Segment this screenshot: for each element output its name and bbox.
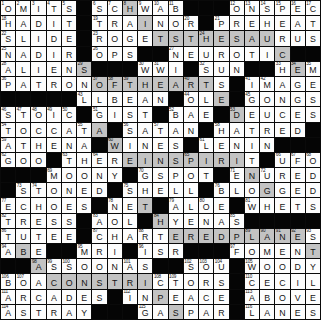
cell-r12c20[interactable]: E xyxy=(291,168,305,182)
cell-r13c21[interactable]: D xyxy=(306,183,320,197)
cell-r19c14[interactable]: R xyxy=(199,274,213,288)
cell-r1c2[interactable]: 2M xyxy=(16,1,30,15)
cell-r19c2[interactable]: 107O xyxy=(16,274,30,288)
cell-r2c2[interactable]: A xyxy=(16,16,30,30)
cell-r13c4[interactable]: O xyxy=(47,183,61,197)
cell-r15c16[interactable]: 85S xyxy=(230,214,244,228)
cell-r10c5[interactable]: N xyxy=(62,138,76,152)
cell-r14c15[interactable]: E xyxy=(214,198,228,212)
cell-r19c1[interactable]: 106B xyxy=(1,274,15,288)
cell-r17c6[interactable]: 95M xyxy=(77,244,91,258)
cell-r3c4[interactable]: D xyxy=(47,31,61,45)
cell-r2c5[interactable]: T xyxy=(62,16,76,30)
cell-r6c4[interactable]: R xyxy=(47,77,61,91)
cell-r2c8[interactable]: R xyxy=(108,16,122,30)
cell-r16c21[interactable]: 93S xyxy=(306,229,320,243)
cell-r5c16[interactable]: N xyxy=(230,62,244,76)
cell-r4c18[interactable]: I xyxy=(260,47,274,61)
cell-r1c16[interactable]: 12O xyxy=(230,1,244,15)
cell-r14c21[interactable]: S xyxy=(306,198,320,212)
cell-r2c3[interactable]: D xyxy=(31,16,45,30)
cell-r6c9[interactable]: 39T xyxy=(123,77,137,91)
cell-r6c2[interactable]: A xyxy=(16,77,30,91)
cell-r11c21[interactable]: 68O xyxy=(306,153,320,167)
cell-r13c20[interactable]: E xyxy=(291,183,305,197)
cell-r1c12[interactable]: 11B xyxy=(169,1,183,15)
cell-r7c8[interactable]: B xyxy=(108,92,122,106)
cell-r20c20[interactable]: V xyxy=(291,290,305,304)
cell-r19c21[interactable]: L xyxy=(306,274,320,288)
cell-r4c1[interactable]: 25N xyxy=(1,47,15,61)
cell-r18c3[interactable]: 98A xyxy=(31,259,45,273)
cell-r12c18[interactable]: 72U xyxy=(260,168,274,182)
cell-r13c5[interactable]: N xyxy=(62,183,76,197)
cell-r14c6[interactable]: S xyxy=(77,198,91,212)
cell-r3c11[interactable]: T xyxy=(153,31,167,45)
cell-r19c7[interactable]: S xyxy=(92,274,106,288)
cell-r8c1[interactable]: 46S xyxy=(1,107,15,121)
cell-r6c18[interactable]: 42M xyxy=(260,77,274,91)
cell-r18c14[interactable]: 103O xyxy=(199,259,213,273)
cell-r6c1[interactable]: 36P xyxy=(1,77,15,91)
cell-r2c15[interactable]: 21P xyxy=(214,16,228,30)
cell-r3c2[interactable]: L xyxy=(16,31,30,45)
cell-r17c8[interactable]: I xyxy=(108,244,122,258)
cell-r6c12[interactable]: A xyxy=(169,77,183,91)
cell-r6c6[interactable]: N xyxy=(77,77,91,91)
cell-r9c19[interactable]: E xyxy=(275,123,289,137)
cell-r14c2[interactable]: C xyxy=(16,198,30,212)
cell-r12c19[interactable]: R xyxy=(275,168,289,182)
cell-r2c16[interactable]: R xyxy=(230,16,244,30)
cell-r6c3[interactable]: T xyxy=(31,77,45,91)
cell-r8c19[interactable]: C xyxy=(275,107,289,121)
cell-r6c10[interactable]: H xyxy=(138,77,152,91)
cell-r5c3[interactable]: I xyxy=(31,62,45,76)
cell-r2c19[interactable]: E xyxy=(275,16,289,30)
cell-r7c18[interactable]: O xyxy=(260,92,274,106)
cell-r13c15[interactable]: 76B xyxy=(214,183,228,197)
cell-r19c8[interactable]: T xyxy=(108,274,122,288)
cell-r11c11[interactable]: N xyxy=(153,153,167,167)
cell-r9c16[interactable]: A xyxy=(230,123,244,137)
cell-r3c21[interactable]: S xyxy=(306,31,320,45)
cell-r7c17[interactable]: 45G xyxy=(245,92,259,106)
cell-r4c16[interactable]: O xyxy=(230,47,244,61)
cell-r19c5[interactable]: O xyxy=(62,274,76,288)
cell-r15c12[interactable]: Y xyxy=(169,214,183,228)
cell-r14c14[interactable]: 80O xyxy=(199,198,213,212)
cell-r21c5[interactable]: A xyxy=(62,305,76,319)
cell-r20c14[interactable]: C xyxy=(199,290,213,304)
cell-r13c13[interactable]: L xyxy=(184,183,198,197)
cell-r5c20[interactable]: 34E xyxy=(291,62,305,76)
cell-r1c10[interactable]: 9W xyxy=(138,1,152,15)
cell-r9c10[interactable]: A xyxy=(138,123,152,137)
cell-r10c12[interactable]: S xyxy=(169,138,183,152)
cell-r20c4[interactable]: A xyxy=(47,290,61,304)
cell-r8c2[interactable]: 47T xyxy=(16,107,30,121)
cell-r15c4[interactable]: S xyxy=(47,214,61,228)
cell-r16c1[interactable]: 86T xyxy=(1,229,15,243)
cell-r7c14[interactable]: L xyxy=(199,92,213,106)
cell-r8c10[interactable]: T xyxy=(138,107,152,121)
cell-r16c7[interactable]: 87C xyxy=(92,229,106,243)
cell-r5c1[interactable]: 28A xyxy=(1,62,15,76)
cell-r15c3[interactable]: E xyxy=(31,214,45,228)
cell-r18c20[interactable]: D xyxy=(291,259,305,273)
cell-r10c11[interactable]: E xyxy=(153,138,167,152)
cell-r8c9[interactable]: S xyxy=(123,107,137,121)
cell-r6c11[interactable]: E xyxy=(153,77,167,91)
cell-r15c15[interactable]: A xyxy=(214,214,228,228)
cell-r13c19[interactable]: G xyxy=(275,183,289,197)
cell-r11c12[interactable]: S xyxy=(169,153,183,167)
cell-r11c6[interactable]: H xyxy=(77,153,91,167)
cell-r6c7[interactable]: 37O xyxy=(92,77,106,91)
cell-r4c2[interactable]: A xyxy=(16,47,30,61)
cell-r16c18[interactable]: 90A xyxy=(260,229,274,243)
cell-r13c9[interactable]: 75S xyxy=(123,183,137,197)
cell-r1c7[interactable]: 6S xyxy=(92,1,106,15)
cell-r3c9[interactable]: G xyxy=(123,31,137,45)
cell-r3c16[interactable]: S xyxy=(230,31,244,45)
cell-r17c19[interactable]: E xyxy=(275,244,289,258)
cell-r10c15[interactable]: E xyxy=(214,138,228,152)
cell-r13c11[interactable]: E xyxy=(153,183,167,197)
cell-r11c8[interactable]: R xyxy=(108,153,122,167)
cell-r8c7[interactable]: 51G xyxy=(92,107,106,121)
cell-r17c1[interactable]: 94A xyxy=(1,244,15,258)
cell-r18c13[interactable]: 102S xyxy=(184,259,198,273)
cell-r5c11[interactable]: 31W xyxy=(153,62,167,76)
cell-r12c5[interactable]: O xyxy=(62,168,76,182)
cell-r17c12[interactable]: R xyxy=(169,244,183,258)
cell-r13c16[interactable]: L xyxy=(230,183,244,197)
cell-r7c19[interactable]: N xyxy=(275,92,289,106)
cell-r6c21[interactable]: E xyxy=(306,77,320,91)
cell-r18c21[interactable]: Y xyxy=(306,259,320,273)
cell-r14c5[interactable]: E xyxy=(62,198,76,212)
cell-r6c15[interactable]: S xyxy=(214,77,228,91)
cell-r6c19[interactable]: A xyxy=(275,77,289,91)
cell-r14c4[interactable]: O xyxy=(47,198,61,212)
cell-r19c10[interactable]: I xyxy=(138,274,152,288)
cell-r18c7[interactable]: O xyxy=(92,259,106,273)
cell-r10c8[interactable]: 60W xyxy=(108,138,122,152)
cell-r18c18[interactable]: O xyxy=(260,259,274,273)
cell-r20c18[interactable]: B xyxy=(260,290,274,304)
cell-r3c14[interactable]: 24H xyxy=(199,31,213,45)
cell-r14c12[interactable]: 79A xyxy=(169,198,183,212)
cell-r19c3[interactable]: A xyxy=(31,274,45,288)
cell-r16c20[interactable]: 92E xyxy=(291,229,305,243)
cell-r18c15[interactable]: 104U xyxy=(214,259,228,273)
cell-r3c15[interactable]: E xyxy=(214,31,228,45)
cell-r11c15[interactable]: R xyxy=(214,153,228,167)
cell-r10c16[interactable]: N xyxy=(230,138,244,152)
cell-r6c8[interactable]: 38F xyxy=(108,77,122,91)
cell-r20c1[interactable]: 111A xyxy=(1,290,15,304)
cell-r13c7[interactable]: D xyxy=(92,183,106,197)
cell-r21c6[interactable]: Y xyxy=(77,305,91,319)
cell-r12c8[interactable]: Y xyxy=(108,168,122,182)
cell-r19c13[interactable]: O xyxy=(184,274,198,288)
cell-r6c17[interactable]: 41I xyxy=(245,77,259,91)
cell-r17c16[interactable]: 97F xyxy=(230,244,244,258)
cell-r8c20[interactable]: E xyxy=(291,107,305,121)
cell-r20c10[interactable]: N xyxy=(138,290,152,304)
cell-r13c12[interactable]: L xyxy=(169,183,183,197)
cell-r21c10[interactable]: 115G xyxy=(138,305,152,319)
cell-r17c3[interactable]: E xyxy=(31,244,45,258)
cell-r15c7[interactable]: 83A xyxy=(92,214,106,228)
cell-r16c9[interactable]: A xyxy=(123,229,137,243)
cell-r14c8[interactable]: 78N xyxy=(108,198,122,212)
cell-r15c2[interactable]: R xyxy=(16,214,30,228)
cell-r15c11[interactable]: 84H xyxy=(153,214,167,228)
cell-r11c9[interactable]: E xyxy=(123,153,137,167)
cell-r20c12[interactable]: E xyxy=(169,290,183,304)
cell-r11c3[interactable]: O xyxy=(31,153,45,167)
cell-r14c20[interactable]: T xyxy=(291,198,305,212)
cell-r20c7[interactable]: S xyxy=(92,290,106,304)
cell-r16c14[interactable]: E xyxy=(199,229,213,243)
cell-r8c16[interactable]: 53D xyxy=(230,107,244,121)
cell-r5c2[interactable]: L xyxy=(16,62,30,76)
cell-r9c20[interactable]: D xyxy=(291,123,305,137)
cell-r12c17[interactable]: N xyxy=(245,168,259,182)
cell-r12c7[interactable]: N xyxy=(92,168,106,182)
cell-r1c4[interactable]: 4T xyxy=(47,1,61,15)
cell-r4c19[interactable]: C xyxy=(275,47,289,61)
cell-r16c4[interactable]: E xyxy=(47,229,61,243)
cell-r6c14[interactable]: T xyxy=(199,77,213,91)
cell-r3c12[interactable]: S xyxy=(169,31,183,45)
cell-r12c14[interactable]: T xyxy=(199,168,213,182)
cell-r4c5[interactable]: R xyxy=(62,47,76,61)
cell-r1c1[interactable]: 1O xyxy=(1,1,15,15)
cell-r4c13[interactable]: E xyxy=(184,47,198,61)
cell-r11c7[interactable]: 64E xyxy=(92,153,106,167)
cell-r6c5[interactable]: O xyxy=(62,77,76,91)
cell-r19c15[interactable]: S xyxy=(214,274,228,288)
cell-r12c13[interactable]: O xyxy=(184,168,198,182)
cell-r10c4[interactable]: E xyxy=(47,138,61,152)
cell-r8c13[interactable]: A xyxy=(184,107,198,121)
cell-r7c10[interactable]: A xyxy=(138,92,152,106)
cell-r5c5[interactable]: N xyxy=(62,62,76,76)
cell-r21c17[interactable]: 116L xyxy=(245,305,259,319)
cell-r3c10[interactable]: E xyxy=(138,31,152,45)
cell-r20c19[interactable]: O xyxy=(275,290,289,304)
cell-r11c19[interactable]: 66U xyxy=(275,153,289,167)
cell-r3c5[interactable]: E xyxy=(62,31,76,45)
cell-r21c11[interactable]: A xyxy=(153,305,167,319)
cell-r15c9[interactable]: L xyxy=(123,214,137,228)
cell-r4c14[interactable]: U xyxy=(199,47,213,61)
cell-r13c18[interactable]: G xyxy=(260,183,274,197)
cell-r19c12[interactable]: 109T xyxy=(169,274,183,288)
cell-r1c9[interactable]: 8H xyxy=(123,1,137,15)
cell-r10c9[interactable]: I xyxy=(123,138,137,152)
cell-r2c13[interactable]: 20R xyxy=(184,16,198,30)
cell-r10c18[interactable]: N xyxy=(260,138,274,152)
cell-r2c1[interactable]: 18H xyxy=(1,16,15,30)
cell-r21c18[interactable]: A xyxy=(260,305,274,319)
cell-r9c18[interactable]: R xyxy=(260,123,274,137)
cell-r9c1[interactable]: 54T xyxy=(1,123,15,137)
cell-r5c6[interactable]: 29S xyxy=(77,62,91,76)
cell-r16c8[interactable]: H xyxy=(108,229,122,243)
cell-r5c21[interactable]: 35M xyxy=(306,62,320,76)
cell-r3c20[interactable]: U xyxy=(291,31,305,45)
cell-r3c19[interactable]: R xyxy=(275,31,289,45)
cell-r4c3[interactable]: D xyxy=(31,47,45,61)
cell-r17c2[interactable]: B xyxy=(16,244,30,258)
cell-r15c5[interactable]: S xyxy=(62,214,76,228)
cell-r4c15[interactable]: R xyxy=(214,47,228,61)
cell-r7c21[interactable]: S xyxy=(306,92,320,106)
cell-r12c16[interactable]: 71E xyxy=(230,168,244,182)
cell-r16c11[interactable]: T xyxy=(153,229,167,243)
cell-r21c13[interactable]: P xyxy=(184,305,198,319)
cell-r9c5[interactable]: A xyxy=(62,123,76,137)
cell-r8c12[interactable]: 52B xyxy=(169,107,183,121)
cell-r15c1[interactable]: 82T xyxy=(1,214,15,228)
cell-r18c4[interactable]: 99S xyxy=(47,259,61,273)
cell-r21c1[interactable]: 114A xyxy=(1,305,15,319)
cell-r10c1[interactable]: 59A xyxy=(1,138,15,152)
cell-r10c17[interactable]: I xyxy=(245,138,259,152)
cell-r16c17[interactable]: 89L xyxy=(245,229,259,243)
cell-r5c14[interactable]: 32S xyxy=(199,62,213,76)
cell-r1c21[interactable]: 17C xyxy=(306,1,320,15)
cell-r18c8[interactable]: N xyxy=(108,259,122,273)
cell-r20c6[interactable]: E xyxy=(77,290,91,304)
cell-r11c5[interactable]: 63T xyxy=(62,153,76,167)
cell-r9c13[interactable]: N xyxy=(184,123,198,137)
cell-r8c17[interactable]: E xyxy=(245,107,259,121)
cell-r9c4[interactable]: C xyxy=(47,123,61,137)
cell-r17c11[interactable]: S xyxy=(153,244,167,258)
cell-r21c3[interactable]: T xyxy=(31,305,45,319)
cell-r16c19[interactable]: 91N xyxy=(275,229,289,243)
cell-r13c6[interactable]: E xyxy=(77,183,91,197)
cell-r13c2[interactable]: 73S xyxy=(16,183,30,197)
cell-r19c17[interactable]: 110C xyxy=(245,274,259,288)
cell-r13c10[interactable]: H xyxy=(138,183,152,197)
cell-r8c18[interactable]: U xyxy=(260,107,274,121)
cell-r3c7[interactable]: 23R xyxy=(92,31,106,45)
cell-r16c12[interactable]: E xyxy=(169,229,183,243)
cell-r6c13[interactable]: 40R xyxy=(184,77,198,91)
cell-r11c13[interactable]: 65P xyxy=(184,153,198,167)
cell-r10c14[interactable]: 61L xyxy=(199,138,213,152)
cell-r4c9[interactable]: S xyxy=(123,47,137,61)
cell-r15c13[interactable]: E xyxy=(184,214,198,228)
cell-r14c9[interactable]: E xyxy=(123,198,137,212)
cell-r7c11[interactable]: N xyxy=(153,92,167,106)
cell-r4c12[interactable]: 27N xyxy=(169,47,183,61)
cell-r9c7[interactable]: A xyxy=(92,123,106,137)
cell-r20c5[interactable]: D xyxy=(62,290,76,304)
cell-r14c17[interactable]: 81W xyxy=(245,198,259,212)
cell-r9c17[interactable]: T xyxy=(245,123,259,137)
cell-r5c10[interactable]: 30W xyxy=(138,62,152,76)
cell-r14c13[interactable]: L xyxy=(184,198,198,212)
cell-r9c9[interactable]: 56S xyxy=(123,123,137,137)
cell-r16c16[interactable]: P xyxy=(230,229,244,243)
cell-r18c9[interactable]: 101A xyxy=(123,259,137,273)
cell-r4c4[interactable]: I xyxy=(47,47,61,61)
cell-r1c3[interactable]: 3I xyxy=(31,1,45,15)
cell-r17c18[interactable]: M xyxy=(260,244,274,258)
cell-r16c3[interactable]: T xyxy=(31,229,45,243)
cell-r16c5[interactable]: E xyxy=(62,229,76,243)
cell-r21c19[interactable]: N xyxy=(275,305,289,319)
cell-r14c19[interactable]: E xyxy=(275,198,289,212)
cell-r5c15[interactable]: U xyxy=(214,62,228,76)
cell-r18c10[interactable]: S xyxy=(138,259,152,273)
cell-r1c18[interactable]: 14S xyxy=(260,1,274,15)
cell-r2c4[interactable]: I xyxy=(47,16,61,30)
cell-r9c15[interactable]: 58H xyxy=(214,123,228,137)
cell-r21c15[interactable]: R xyxy=(214,305,228,319)
cell-r6c20[interactable]: G xyxy=(291,77,305,91)
cell-r21c12[interactable]: S xyxy=(169,305,183,319)
cell-r3c1[interactable]: 22S xyxy=(1,31,15,45)
cell-r11c1[interactable]: 62G xyxy=(1,153,15,167)
cell-r1c5[interactable]: 5S xyxy=(62,1,76,15)
cell-r19c9[interactable]: R xyxy=(123,274,137,288)
cell-r10c6[interactable]: A xyxy=(77,138,91,152)
cell-r1c11[interactable]: 10A xyxy=(153,1,167,15)
cell-r14c18[interactable]: H xyxy=(260,198,274,212)
cell-r13c3[interactable]: 74T xyxy=(31,183,45,197)
cell-r11c20[interactable]: 67F xyxy=(291,153,305,167)
cell-r19c6[interactable]: N xyxy=(77,274,91,288)
cell-r4c7[interactable]: 26O xyxy=(92,47,106,61)
cell-r20c2[interactable]: R xyxy=(16,290,30,304)
cell-r17c7[interactable]: R xyxy=(92,244,106,258)
cell-r8c8[interactable]: I xyxy=(108,107,122,121)
cell-r2c12[interactable]: O xyxy=(169,16,183,30)
cell-r20c9[interactable]: 112I xyxy=(123,290,137,304)
cell-r20c3[interactable]: C xyxy=(31,290,45,304)
cell-r18c6[interactable]: O xyxy=(77,259,91,273)
cell-r21c20[interactable]: E xyxy=(291,305,305,319)
cell-r3c17[interactable]: A xyxy=(245,31,259,45)
cell-r21c21[interactable]: S xyxy=(306,305,320,319)
cell-r11c17[interactable]: T xyxy=(245,153,259,167)
cell-r2c9[interactable]: A xyxy=(123,16,137,30)
cell-r3c8[interactable]: O xyxy=(108,31,122,45)
cell-r7c20[interactable]: G xyxy=(291,92,305,106)
cell-r14c3[interactable]: H xyxy=(31,198,45,212)
cell-r11c14[interactable]: I xyxy=(199,153,213,167)
cell-r17c21[interactable]: T xyxy=(306,244,320,258)
cell-r7c15[interactable]: E xyxy=(214,92,228,106)
cell-r12c11[interactable]: S xyxy=(153,168,167,182)
cell-r17c20[interactable]: N xyxy=(291,244,305,258)
cell-r15c8[interactable]: O xyxy=(108,214,122,228)
cell-r9c3[interactable]: C xyxy=(31,123,45,137)
cell-r7c9[interactable]: E xyxy=(123,92,137,106)
cell-r8c4[interactable]: 49I xyxy=(47,107,61,121)
cell-r17c17[interactable]: O xyxy=(245,244,259,258)
cell-r12c21[interactable]: D xyxy=(306,168,320,182)
